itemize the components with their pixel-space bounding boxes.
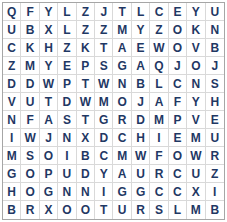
cell-r4c11[interactable]: O — [187, 57, 205, 75]
cell-r12c9[interactable]: S — [150, 201, 168, 219]
cell-r8c5[interactable]: X — [77, 129, 95, 147]
cell-r8c7[interactable]: C — [113, 129, 131, 147]
cell-r11c5[interactable]: N — [77, 183, 95, 201]
cell-r9c8[interactable]: W — [132, 147, 150, 165]
cell-r6c9[interactable]: A — [150, 93, 168, 111]
cell-r7c3[interactable]: A — [40, 111, 58, 129]
cell-r12c3[interactable]: X — [40, 201, 58, 219]
cell-r11c12[interactable]: I — [206, 183, 224, 201]
cell-r12c11[interactable]: M — [187, 201, 205, 219]
cell-r8c8[interactable]: H — [132, 129, 150, 147]
cell-r10c2[interactable]: O — [21, 165, 39, 183]
cell-r1c2[interactable]: F — [21, 3, 39, 21]
cell-r4c8[interactable]: A — [132, 57, 150, 75]
cell-r9c10[interactable]: O — [169, 147, 187, 165]
cell-r11c1[interactable]: H — [3, 183, 21, 201]
cell-r3c8[interactable]: E — [132, 39, 150, 57]
cell-r4c2[interactable]: M — [21, 57, 39, 75]
cell-r3c2[interactable]: K — [21, 39, 39, 57]
cell-r4c3[interactable]: Y — [40, 57, 58, 75]
cell-r11c3[interactable]: G — [40, 183, 58, 201]
cell-r6c11[interactable]: Y — [187, 93, 205, 111]
word-search-puzzle: QFYLZJTLCEYUUBXLZZMYZOKNCKHZKTAEWOVBZMYE… — [0, 0, 227, 222]
cell-r4c6[interactable]: S — [95, 57, 113, 75]
cell-r5c11[interactable]: N — [187, 75, 205, 93]
cell-r6c6[interactable]: M — [95, 93, 113, 111]
cell-r11c11[interactable]: X — [187, 183, 205, 201]
cell-r7c11[interactable]: V — [187, 111, 205, 129]
cell-r3c4[interactable]: Z — [58, 39, 76, 57]
cell-r2c12[interactable]: N — [206, 21, 224, 39]
cell-r5c7[interactable]: N — [113, 75, 131, 93]
cell-r5c12[interactable]: S — [206, 75, 224, 93]
cell-r1c1[interactable]: Q — [3, 3, 21, 21]
cell-r9c1[interactable]: M — [3, 147, 21, 165]
cell-r10c7[interactable]: A — [113, 165, 131, 183]
cell-r1c7[interactable]: T — [113, 3, 131, 21]
cell-r11c4[interactable]: N — [58, 183, 76, 201]
cell-r10c6[interactable]: Y — [95, 165, 113, 183]
cell-r12c8[interactable]: R — [132, 201, 150, 219]
cell-r6c12[interactable]: H — [206, 93, 224, 111]
cell-r9c2[interactable]: S — [21, 147, 39, 165]
cell-r10c8[interactable]: U — [132, 165, 150, 183]
cell-r1c9[interactable]: C — [150, 3, 168, 21]
cell-r3c1[interactable]: C — [3, 39, 21, 57]
cell-r7c9[interactable]: M — [150, 111, 168, 129]
cell-r11c2[interactable]: O — [21, 183, 39, 201]
cell-r7c1[interactable]: N — [3, 111, 21, 129]
cell-r10c10[interactable]: C — [169, 165, 187, 183]
cell-r10c4[interactable]: U — [58, 165, 76, 183]
cell-r2c4[interactable]: L — [58, 21, 76, 39]
cell-r5c5[interactable]: T — [77, 75, 95, 93]
cell-r7c2[interactable]: F — [21, 111, 39, 129]
cell-r5c10[interactable]: C — [169, 75, 187, 93]
cell-r11c8[interactable]: G — [132, 183, 150, 201]
cell-r7c5[interactable]: T — [77, 111, 95, 129]
cell-r1c11[interactable]: Y — [187, 3, 205, 21]
cell-r12c1[interactable]: B — [3, 201, 21, 219]
cell-r1c12[interactable]: U — [206, 3, 224, 21]
cell-r4c7[interactable]: G — [113, 57, 131, 75]
cell-r8c10[interactable]: E — [169, 129, 187, 147]
cell-r5c9[interactable]: L — [150, 75, 168, 93]
cell-r4c12[interactable]: J — [206, 57, 224, 75]
cell-r10c5[interactable]: D — [77, 165, 95, 183]
cell-r7c4[interactable]: S — [58, 111, 76, 129]
cell-r10c1[interactable]: G — [3, 165, 21, 183]
cell-r8c3[interactable]: J — [40, 129, 58, 147]
cell-r3c5[interactable]: K — [77, 39, 95, 57]
cell-r8c12[interactable]: U — [206, 129, 224, 147]
cell-r2c6[interactable]: Z — [95, 21, 113, 39]
cell-r4c4[interactable]: E — [58, 57, 76, 75]
cell-r10c11[interactable]: U — [187, 165, 205, 183]
cell-r2c8[interactable]: Y — [132, 21, 150, 39]
cell-r12c5[interactable]: O — [77, 201, 95, 219]
cell-r4c9[interactable]: Q — [150, 57, 168, 75]
cell-r9c7[interactable]: M — [113, 147, 131, 165]
cell-r6c2[interactable]: U — [21, 93, 39, 111]
cell-r5c6[interactable]: W — [95, 75, 113, 93]
cell-r12c10[interactable]: L — [169, 201, 187, 219]
cell-r8c11[interactable]: M — [187, 129, 205, 147]
cell-r2c1[interactable]: U — [3, 21, 21, 39]
cell-r9c9[interactable]: F — [150, 147, 168, 165]
cell-r5c8[interactable]: B — [132, 75, 150, 93]
cell-r3c3[interactable]: H — [40, 39, 58, 57]
cell-r6c3[interactable]: T — [40, 93, 58, 111]
cell-r12c12[interactable]: B — [206, 201, 224, 219]
cell-r9c4[interactable]: I — [58, 147, 76, 165]
cell-r1c8[interactable]: L — [132, 3, 150, 21]
cell-r3c6[interactable]: T — [95, 39, 113, 57]
cell-r2c7[interactable]: M — [113, 21, 131, 39]
cell-r6c4[interactable]: D — [58, 93, 76, 111]
cell-r6c10[interactable]: F — [169, 93, 187, 111]
cell-r8c9[interactable]: I — [150, 129, 168, 147]
word-search-board: QFYLZJTLCEYUUBXLZZMYZOKNCKHZKTAEWOVBZMYE… — [2, 2, 225, 220]
cell-r10c9[interactable]: R — [150, 165, 168, 183]
cell-r8c2[interactable]: W — [21, 129, 39, 147]
cell-r11c7[interactable]: G — [113, 183, 131, 201]
cell-r2c2[interactable]: B — [21, 21, 39, 39]
cell-r4c1[interactable]: Z — [3, 57, 21, 75]
cell-r1c5[interactable]: Z — [77, 3, 95, 21]
cell-r11c6[interactable]: I — [95, 183, 113, 201]
cell-r3c9[interactable]: W — [150, 39, 168, 57]
cell-r5c3[interactable]: W — [40, 75, 58, 93]
cell-r3c7[interactable]: A — [113, 39, 131, 57]
cell-r9c12[interactable]: R — [206, 147, 224, 165]
cell-r6c5[interactable]: W — [77, 93, 95, 111]
cell-r11c9[interactable]: C — [150, 183, 168, 201]
cell-r2c11[interactable]: K — [187, 21, 205, 39]
cell-r5c4[interactable]: P — [58, 75, 76, 93]
cell-r2c10[interactable]: O — [169, 21, 187, 39]
cell-r6c8[interactable]: J — [132, 93, 150, 111]
cell-r2c5[interactable]: Z — [77, 21, 95, 39]
cell-r7c10[interactable]: P — [169, 111, 187, 129]
cell-r5c2[interactable]: D — [21, 75, 39, 93]
cell-r8c4[interactable]: N — [58, 129, 76, 147]
cell-r7c12[interactable]: E — [206, 111, 224, 129]
cell-r9c3[interactable]: O — [40, 147, 58, 165]
cell-r4c10[interactable]: J — [169, 57, 187, 75]
cell-r6c7[interactable]: O — [113, 93, 131, 111]
cell-r10c3[interactable]: P — [40, 165, 58, 183]
cell-r1c4[interactable]: L — [58, 3, 76, 21]
cell-r1c6[interactable]: J — [95, 3, 113, 21]
cell-r9c11[interactable]: W — [187, 147, 205, 165]
cell-r9c5[interactable]: B — [77, 147, 95, 165]
cell-r7c7[interactable]: R — [113, 111, 131, 129]
cell-r10c12[interactable]: Z — [206, 165, 224, 183]
cell-r6c1[interactable]: V — [3, 93, 21, 111]
cell-r4c5[interactable]: P — [77, 57, 95, 75]
cell-r12c7[interactable]: U — [113, 201, 131, 219]
cell-r5c1[interactable]: D — [3, 75, 21, 93]
cell-r1c10[interactable]: E — [169, 3, 187, 21]
cell-r7c8[interactable]: D — [132, 111, 150, 129]
cell-r1c3[interactable]: Y — [40, 3, 58, 21]
cell-r12c6[interactable]: T — [95, 201, 113, 219]
cell-r2c3[interactable]: X — [40, 21, 58, 39]
cell-r8c1[interactable]: I — [3, 129, 21, 147]
cell-r12c2[interactable]: R — [21, 201, 39, 219]
cell-r3c12[interactable]: B — [206, 39, 224, 57]
cell-r9c6[interactable]: C — [95, 147, 113, 165]
cell-r7c6[interactable]: G — [95, 111, 113, 129]
cell-r3c10[interactable]: O — [169, 39, 187, 57]
cell-r3c11[interactable]: V — [187, 39, 205, 57]
cell-r8c6[interactable]: D — [95, 129, 113, 147]
cell-r11c10[interactable]: C — [169, 183, 187, 201]
cell-r12c4[interactable]: O — [58, 201, 76, 219]
cell-r2c9[interactable]: Z — [150, 21, 168, 39]
